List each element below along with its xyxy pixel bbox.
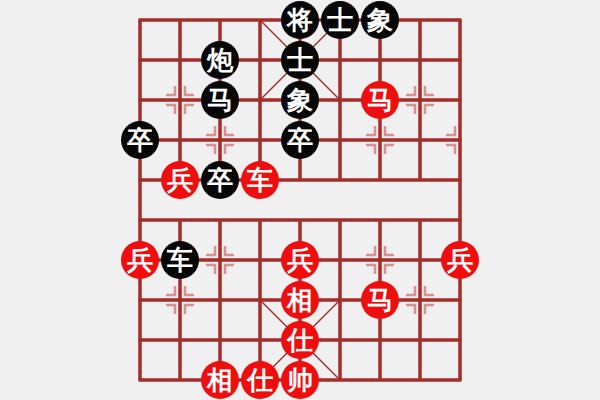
- piece-black-cannon[interactable]: 炮: [201, 41, 239, 79]
- piece-black-chariot[interactable]: 车: [161, 241, 199, 279]
- intersection-5-6[interactable]: [320, 240, 360, 280]
- intersection-8-3[interactable]: [440, 120, 480, 160]
- intersection-1-3[interactable]: [160, 120, 200, 160]
- intersection-1-2[interactable]: [160, 80, 200, 120]
- piece-red-elephant[interactable]: 相: [281, 281, 319, 319]
- intersection-2-7[interactable]: [200, 280, 240, 320]
- piece-red-advisor[interactable]: 仕: [281, 321, 319, 359]
- intersection-7-1[interactable]: [400, 40, 440, 80]
- intersection-0-9[interactable]: [120, 360, 160, 400]
- intersection-8-7[interactable]: [440, 280, 480, 320]
- intersection-8-1[interactable]: [440, 40, 480, 80]
- intersection-8-0[interactable]: [440, 0, 480, 40]
- intersection-6-8[interactable]: [360, 320, 400, 360]
- piece-red-elephant[interactable]: 相: [201, 361, 239, 399]
- intersection-3-1[interactable]: [240, 40, 280, 80]
- intersection-0-4[interactable]: [120, 160, 160, 200]
- intersection-3-3[interactable]: [240, 120, 280, 160]
- intersection-5-4[interactable]: [320, 160, 360, 200]
- intersection-6-9[interactable]: [360, 360, 400, 400]
- piece-black-pawn[interactable]: 卒: [201, 161, 239, 199]
- intersection-1-9[interactable]: [160, 360, 200, 400]
- piece-red-pawn[interactable]: 兵: [121, 241, 159, 279]
- intersection-1-1[interactable]: [160, 40, 200, 80]
- intersection-8-8[interactable]: [440, 320, 480, 360]
- piece-red-horse[interactable]: 马: [361, 281, 399, 319]
- piece-black-elephant[interactable]: 象: [361, 1, 399, 39]
- piece-black-pawn[interactable]: 卒: [121, 121, 159, 159]
- intersection-7-8[interactable]: [400, 320, 440, 360]
- intersection-0-7[interactable]: [120, 280, 160, 320]
- piece-black-advisor[interactable]: 士: [321, 1, 359, 39]
- intersection-4-4[interactable]: [280, 160, 320, 200]
- piece-black-pawn[interactable]: 卒: [281, 121, 319, 159]
- intersection-5-9[interactable]: [320, 360, 360, 400]
- xiangqi-board: 将士象炮士马象马卒卒兵卒车兵车兵兵相马仕相仕帅: [0, 0, 600, 400]
- intersection-2-3[interactable]: [200, 120, 240, 160]
- intersection-8-2[interactable]: [440, 80, 480, 120]
- piece-red-pawn[interactable]: 兵: [161, 161, 199, 199]
- intersection-1-0[interactable]: [160, 0, 200, 40]
- piece-black-advisor[interactable]: 士: [281, 41, 319, 79]
- intersection-3-7[interactable]: [240, 280, 280, 320]
- intersection-8-9[interactable]: [440, 360, 480, 400]
- intersection-6-6[interactable]: [360, 240, 400, 280]
- intersection-5-2[interactable]: [320, 80, 360, 120]
- intersection-6-3[interactable]: [360, 120, 400, 160]
- piece-red-advisor[interactable]: 仕: [241, 361, 279, 399]
- intersection-3-5[interactable]: [240, 200, 280, 240]
- intersection-4-5[interactable]: [280, 200, 320, 240]
- piece-black-elephant[interactable]: 象: [281, 81, 319, 119]
- intersection-3-8[interactable]: [240, 320, 280, 360]
- intersection-7-4[interactable]: [400, 160, 440, 200]
- intersection-7-3[interactable]: [400, 120, 440, 160]
- intersection-5-3[interactable]: [320, 120, 360, 160]
- intersection-7-0[interactable]: [400, 0, 440, 40]
- intersection-0-2[interactable]: [120, 80, 160, 120]
- intersection-2-5[interactable]: [200, 200, 240, 240]
- intersection-5-7[interactable]: [320, 280, 360, 320]
- intersection-7-5[interactable]: [400, 200, 440, 240]
- intersection-1-8[interactable]: [160, 320, 200, 360]
- intersection-0-8[interactable]: [120, 320, 160, 360]
- intersection-6-5[interactable]: [360, 200, 400, 240]
- intersection-7-6[interactable]: [400, 240, 440, 280]
- intersection-5-1[interactable]: [320, 40, 360, 80]
- piece-red-general[interactable]: 帅: [281, 361, 319, 399]
- intersection-7-7[interactable]: [400, 280, 440, 320]
- piece-red-pawn[interactable]: 兵: [441, 241, 479, 279]
- intersection-8-4[interactable]: [440, 160, 480, 200]
- intersection-3-2[interactable]: [240, 80, 280, 120]
- intersection-7-9[interactable]: [400, 360, 440, 400]
- piece-red-pawn[interactable]: 兵: [281, 241, 319, 279]
- intersection-1-5[interactable]: [160, 200, 200, 240]
- intersection-2-0[interactable]: [200, 0, 240, 40]
- intersection-7-2[interactable]: [400, 80, 440, 120]
- intersection-1-7[interactable]: [160, 280, 200, 320]
- piece-red-horse[interactable]: 马: [361, 81, 399, 119]
- intersection-0-0[interactable]: [120, 0, 160, 40]
- piece-red-chariot[interactable]: 车: [241, 161, 279, 199]
- intersection-0-1[interactable]: [120, 40, 160, 80]
- intersection-2-8[interactable]: [200, 320, 240, 360]
- intersection-6-1[interactable]: [360, 40, 400, 80]
- intersection-3-6[interactable]: [240, 240, 280, 280]
- intersection-3-0[interactable]: [240, 0, 280, 40]
- intersection-0-5[interactable]: [120, 200, 160, 240]
- piece-black-horse[interactable]: 马: [201, 81, 239, 119]
- intersection-2-6[interactable]: [200, 240, 240, 280]
- intersection-6-4[interactable]: [360, 160, 400, 200]
- piece-black-general[interactable]: 将: [281, 1, 319, 39]
- intersection-8-5[interactable]: [440, 200, 480, 240]
- intersection-5-8[interactable]: [320, 320, 360, 360]
- intersection-5-5[interactable]: [320, 200, 360, 240]
